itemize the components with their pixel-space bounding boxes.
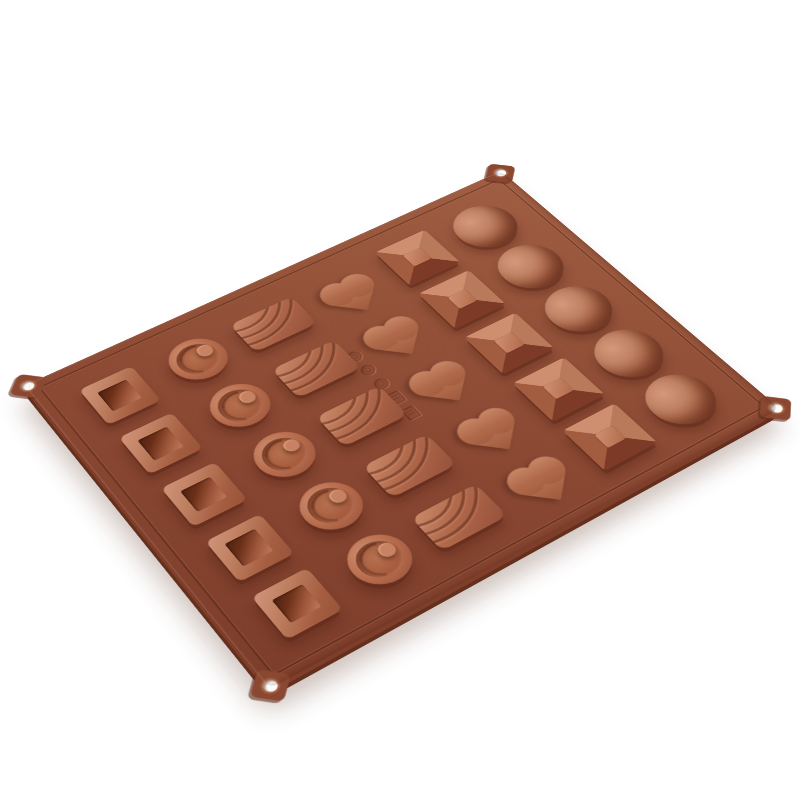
heart-body <box>424 371 465 400</box>
pyramid-flat-top <box>404 248 431 266</box>
square-well-depression <box>97 379 141 411</box>
cavity-heart <box>360 313 421 354</box>
chocolate-mold-tray <box>25 171 780 689</box>
cavity-wave-bar <box>411 484 507 551</box>
square-well-depression <box>225 529 273 566</box>
cavity-heart <box>454 404 516 450</box>
square-well-depression <box>272 584 321 623</box>
swirl-ridge <box>257 433 315 475</box>
pyramid-flat-top <box>495 333 524 353</box>
pyramid-flat-top <box>448 290 476 309</box>
heart-body <box>378 326 419 354</box>
cavity-heart <box>505 452 568 500</box>
heart-body <box>333 283 373 310</box>
cavity-square-well <box>251 568 343 640</box>
cavity-grid <box>60 191 743 656</box>
cavity-heart <box>406 357 467 400</box>
square-well-depression <box>181 477 228 512</box>
pyramid-flat-top <box>544 378 574 399</box>
square-well-depression <box>138 427 183 460</box>
cavity-round-swirl <box>335 525 425 594</box>
heart-body <box>523 468 565 500</box>
pyramid-flat-top <box>595 426 625 448</box>
product-photo-stage <box>0 0 800 800</box>
wave-ridge <box>411 484 506 551</box>
cavity-heart <box>317 270 377 310</box>
heart-body <box>472 419 513 450</box>
